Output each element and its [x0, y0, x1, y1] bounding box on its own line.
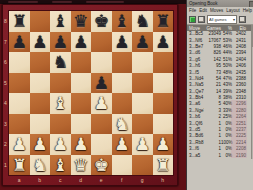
cell-move: 3...Bc5 — [187, 31, 204, 37]
square-f2[interactable]: ♟ — [112, 134, 133, 155]
square-g4[interactable] — [132, 93, 153, 114]
white-bishop[interactable]: ♝ — [53, 155, 68, 175]
cell-move: 3...a5 — [187, 153, 204, 159]
app-menu-item[interactable] — [52, 1, 72, 3]
square-d8[interactable]: ♛ — [71, 11, 92, 32]
cell-elo: 2408 — [232, 44, 246, 50]
cell-score: 47% — [221, 76, 232, 82]
cell-move: 3...Bd6 — [187, 133, 204, 139]
square-h2[interactable]: ♟ — [153, 134, 174, 155]
black-knight[interactable]: ♞ — [53, 52, 68, 72]
square-d6[interactable] — [71, 52, 92, 73]
square-c2[interactable]: ♟ — [50, 134, 71, 155]
square-c7[interactable]: ♟ — [50, 32, 71, 53]
square-f4[interactable] — [112, 93, 133, 114]
square-d4[interactable] — [71, 93, 92, 114]
cell-move: 3...Nge7 — [187, 108, 204, 114]
move-row[interactable]: 3...h69550%2406 — [187, 63, 252, 69]
menu-item-file[interactable]: File — [189, 8, 196, 13]
stats-icon[interactable] — [239, 16, 246, 23]
square-g3[interactable] — [132, 114, 153, 135]
black-rook[interactable]: ♜ — [155, 11, 170, 31]
black-pawn[interactable]: ♟ — [155, 32, 170, 52]
square-c5[interactable] — [50, 73, 71, 94]
cell-elo: 2435 — [232, 70, 246, 76]
vertical-scrollbar[interactable] — [251, 25, 253, 159]
menu-item-layout[interactable]: Layout — [226, 8, 240, 13]
square-h6[interactable] — [153, 52, 174, 73]
white-bishop[interactable]: ♝ — [53, 93, 68, 113]
window-title-bar[interactable]: Opening Book — [187, 0, 253, 7]
file-label: e — [91, 175, 112, 185]
white-pawn[interactable]: ♟ — [53, 134, 68, 154]
cell-move: 3...f5 — [187, 70, 204, 76]
square-e5[interactable]: ♟ — [91, 73, 112, 94]
black-pawn[interactable]: ♟ — [12, 32, 27, 52]
black-pawn[interactable]: ♟ — [53, 32, 68, 52]
board-icon[interactable] — [198, 16, 205, 23]
column-header-games[interactable]: Games — [204, 26, 221, 31]
square-c8[interactable]: ♝ — [50, 11, 71, 32]
cell-games: 23049 — [204, 31, 221, 37]
app-menu-item[interactable] — [86, 1, 124, 3]
cell-move: 3...f6 — [187, 146, 204, 152]
black-queen[interactable]: ♛ — [73, 11, 88, 31]
cell-games: 14 — [204, 89, 221, 95]
square-g6[interactable] — [132, 52, 153, 73]
cell-elo: 2388 — [232, 76, 246, 82]
black-king[interactable]: ♚ — [94, 11, 109, 31]
rank-label: 7 — [2, 32, 9, 53]
cell-games: 1 — [204, 140, 221, 146]
cell-elo: 2431 — [232, 38, 246, 44]
move-row[interactable]: 3...Bc52304954%2402 — [187, 31, 252, 37]
rank-labels: 87654321 — [2, 11, 9, 175]
square-e8[interactable]: ♚ — [91, 11, 112, 32]
black-pawn[interactable]: ♟ — [94, 73, 109, 93]
cell-move: 3...d6 — [187, 50, 204, 56]
rank-label: 6 — [2, 52, 9, 73]
cell-score: 39% — [221, 89, 232, 95]
cell-move: 3...Rb8 — [187, 140, 204, 146]
square-e4[interactable]: ♟ — [91, 93, 112, 114]
cell-score: 44% — [221, 50, 232, 56]
square-b7[interactable]: ♟ — [30, 32, 51, 53]
board-grid: ♜♝♛♚♝♞♜♟♟♟♟♟♟♟♞♟♝♟♞♟♟♟♟♟♟♟♜♞♝♛♚♜ — [9, 11, 173, 175]
menu-item-moves[interactable]: Moves — [210, 8, 223, 13]
square-h4[interactable] — [153, 93, 174, 114]
app-menu-item[interactable] — [8, 1, 38, 3]
cell-elo: 2394 — [232, 50, 246, 56]
square-e2[interactable] — [91, 134, 112, 155]
square-a1[interactable]: ♜ — [9, 155, 30, 176]
black-rook[interactable]: ♜ — [12, 11, 27, 31]
square-b4[interactable] — [30, 93, 51, 114]
square-h7[interactable]: ♟ — [153, 32, 174, 53]
square-b1[interactable]: ♞ — [30, 155, 51, 176]
rank-label: 4 — [2, 93, 9, 114]
file-label: d — [71, 175, 92, 185]
cell-score: 43% — [221, 82, 232, 88]
white-pawn[interactable]: ♟ — [155, 134, 170, 154]
cell-elo: 2404 — [232, 57, 246, 63]
cell-games: 73 — [204, 70, 221, 76]
menu-item-help[interactable]: Help — [243, 8, 252, 13]
rank-label: 3 — [2, 114, 9, 135]
cell-score: 51% — [221, 57, 232, 63]
scrollbar-thumb[interactable] — [252, 25, 253, 47]
square-e6[interactable] — [91, 52, 112, 73]
menu-item-edit[interactable]: Edit — [199, 8, 207, 13]
square-c1[interactable]: ♝ — [50, 155, 71, 176]
cell-games: 3 — [204, 108, 221, 114]
column-header-%[interactable]: % — [221, 26, 232, 31]
white-rook[interactable]: ♜ — [155, 155, 170, 175]
square-e7[interactable] — [91, 32, 112, 53]
cell-move: 3...Nd4 — [187, 76, 204, 82]
square-h8[interactable]: ♜ — [153, 11, 174, 32]
cell-games: 142 — [204, 57, 221, 63]
file-label: a — [9, 175, 30, 185]
cell-move: 3...Be7 — [187, 44, 204, 50]
cell-elo: 2406 — [232, 63, 246, 69]
square-a4[interactable] — [9, 93, 30, 114]
square-g1[interactable] — [132, 155, 153, 176]
square-a3[interactable] — [9, 114, 30, 135]
white-pawn[interactable]: ♟ — [114, 134, 129, 154]
cell-move: 3...Qe7 — [187, 89, 204, 95]
move-row[interactable]: 3...Nd45447%2388 — [187, 76, 252, 82]
square-e1[interactable]: ♚ — [91, 155, 112, 176]
move-row[interactable]: 3...Be793846%2408 — [187, 44, 252, 50]
file-label: g — [132, 175, 153, 185]
black-bishop[interactable]: ♝ — [53, 11, 68, 31]
move-row[interactable]: 3...f57348%2435 — [187, 69, 252, 75]
square-a2[interactable]: ♟ — [9, 134, 30, 155]
file-label: f — [112, 175, 133, 185]
cell-elo: 2348 — [232, 89, 246, 95]
cell-games: 54 — [204, 76, 221, 82]
square-g8[interactable]: ♞ — [132, 11, 153, 32]
cell-games: 1 — [204, 146, 221, 152]
rank-label: 2 — [2, 134, 9, 155]
cell-score: 53% — [221, 38, 232, 44]
square-f3[interactable]: ♞ — [112, 114, 133, 135]
cell-move: 3...d5 — [187, 127, 204, 133]
file-label: b — [30, 175, 51, 185]
black-knight[interactable]: ♞ — [135, 11, 150, 31]
cell-games: 1 — [204, 127, 221, 133]
cell-move: 3...Bb4 — [187, 95, 204, 101]
square-b3[interactable] — [30, 114, 51, 135]
square-d7[interactable]: ♟ — [71, 32, 92, 53]
square-f6[interactable] — [112, 52, 133, 73]
cell-games: 938 — [204, 44, 221, 50]
square-f8[interactable]: ♝ — [112, 11, 133, 32]
cell-games: 826 — [204, 50, 221, 56]
cell-score: 48% — [221, 70, 232, 76]
cell-score: 50% — [221, 63, 232, 69]
square-c4[interactable]: ♝ — [50, 93, 71, 114]
square-b6[interactable] — [30, 52, 51, 73]
cell-games: 17067 — [204, 38, 221, 44]
cell-score: 54% — [221, 31, 232, 37]
move-row[interactable]: 3...d682644%2394 — [187, 50, 252, 56]
cell-move: 3...g6 — [187, 57, 204, 63]
square-f1[interactable] — [112, 155, 133, 176]
cell-elo: 2360 — [232, 82, 246, 88]
square-d3[interactable] — [71, 114, 92, 135]
square-g7[interactable]: ♟ — [132, 32, 153, 53]
move-row[interactable]: 3...Na52143%2360 — [187, 82, 252, 88]
square-h5[interactable] — [153, 73, 174, 94]
chevron-down-icon: ▾ — [233, 17, 235, 22]
cell-move: 3...a6 — [187, 101, 204, 107]
opening-book-window: Opening Book FileEditMovesLayoutHelp All… — [186, 0, 253, 190]
white-pawn[interactable]: ♟ — [12, 134, 27, 154]
square-h1[interactable]: ♜ — [153, 155, 174, 176]
cell-games: 95 — [204, 63, 221, 69]
column-header-move[interactable]: Move — [187, 26, 204, 31]
square-f7[interactable]: ♟ — [112, 32, 133, 53]
cell-elo: 2402 — [232, 31, 246, 37]
square-e3[interactable] — [91, 114, 112, 135]
move-row[interactable]: 3...Qe71439%2348 — [187, 89, 252, 95]
square-g2[interactable]: ♟ — [132, 134, 153, 155]
square-b5[interactable] — [30, 73, 51, 94]
white-pawn[interactable]: ♟ — [73, 134, 88, 154]
white-knight[interactable]: ♞ — [32, 155, 47, 175]
cell-games: 1 — [204, 153, 221, 159]
window-title: Opening Book — [187, 1, 218, 6]
white-rook[interactable]: ♜ — [12, 155, 27, 175]
cell-move: 3...Nf6 — [187, 38, 204, 44]
black-bishop[interactable]: ♝ — [114, 11, 129, 31]
window-toolbar: All games ▾ — [187, 14, 253, 25]
white-pawn[interactable]: ♟ — [135, 134, 150, 154]
square-f5[interactable] — [112, 73, 133, 94]
cell-score: 46% — [221, 44, 232, 50]
black-pawn[interactable]: ♟ — [135, 32, 150, 52]
rank-label: 5 — [2, 73, 9, 94]
square-a5[interactable] — [9, 73, 30, 94]
panel-highlight — [231, 100, 247, 158]
square-c3[interactable] — [50, 114, 71, 135]
green-book-icon[interactable] — [189, 16, 196, 23]
black-pawn[interactable]: ♟ — [73, 32, 88, 52]
square-a6[interactable] — [9, 52, 30, 73]
book-filter-dropdown[interactable]: All games ▾ — [207, 15, 237, 24]
square-a7[interactable]: ♟ — [9, 32, 30, 53]
column-header-elo[interactable]: Elo — [232, 26, 246, 31]
cell-games: 8 — [204, 95, 221, 101]
dropdown-value: All games — [209, 17, 227, 22]
white-king[interactable]: ♚ — [94, 155, 109, 175]
cell-move: 3...Na5 — [187, 82, 204, 88]
rank-label: 8 — [2, 11, 9, 32]
square-d1[interactable]: ♛ — [71, 155, 92, 176]
move-row[interactable]: 3...Nf61706753%2431 — [187, 37, 252, 43]
white-pawn[interactable]: ♟ — [94, 93, 109, 113]
square-a8[interactable]: ♜ — [9, 11, 30, 32]
cell-move: 3...Qf6 — [187, 121, 204, 127]
file-label: h — [153, 175, 174, 185]
cell-move: 3...b6 — [187, 114, 204, 120]
white-pawn[interactable]: ♟ — [32, 134, 47, 154]
cell-games: 5 — [204, 101, 221, 107]
file-labels: abcdefgh — [9, 175, 173, 185]
chess-board-frame: 87654321 ♜♝♛♚♝♞♜♟♟♟♟♟♟♟♞♟♝♟♞♟♟♟♟♟♟♟♜♞♝♛♚… — [2, 4, 178, 186]
square-h3[interactable] — [153, 114, 174, 135]
black-pawn[interactable]: ♟ — [32, 32, 47, 52]
square-b2[interactable]: ♟ — [30, 134, 51, 155]
cell-games: 2 — [204, 114, 221, 120]
cell-games: 1 — [204, 133, 221, 139]
move-row[interactable]: 3...g614251%2404 — [187, 57, 252, 63]
cell-move: 3...h6 — [187, 63, 204, 69]
square-d5[interactable] — [71, 73, 92, 94]
square-b8[interactable] — [30, 11, 51, 32]
file-label: c — [50, 175, 71, 185]
cell-games: 21 — [204, 82, 221, 88]
rank-label: 1 — [2, 155, 9, 176]
cell-games: 1 — [204, 121, 221, 127]
square-g5[interactable] — [132, 73, 153, 94]
white-knight[interactable]: ♞ — [114, 114, 129, 134]
white-queen[interactable]: ♛ — [73, 155, 88, 175]
square-c6[interactable]: ♞ — [50, 52, 71, 73]
square-d2[interactable]: ♟ — [71, 134, 92, 155]
black-pawn[interactable]: ♟ — [114, 32, 129, 52]
